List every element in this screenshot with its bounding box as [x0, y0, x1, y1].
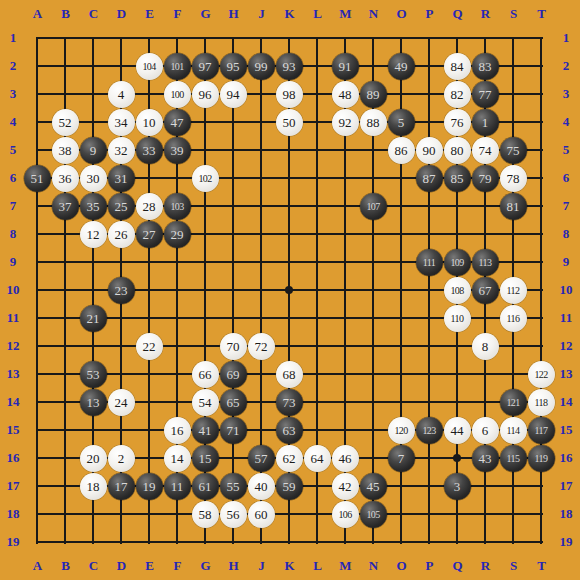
stone-white-98-k3[interactable]: 98 [276, 81, 303, 108]
col-label-top-s: S [501, 6, 527, 22]
stone-black-105-n18[interactable]: 105 [360, 501, 387, 528]
stone-white-66-g13[interactable]: 66 [192, 361, 219, 388]
stone-white-16-f15[interactable]: 16 [164, 417, 191, 444]
stone-black-53-c13[interactable]: 53 [80, 361, 107, 388]
row-label-right-1: 1 [553, 30, 579, 46]
stone-black-87-p6[interactable]: 87 [416, 165, 443, 192]
col-label-top-h: H [221, 6, 247, 22]
col-label-bottom-s: S [501, 558, 527, 574]
row-label-right-16: 16 [553, 450, 579, 466]
stone-white-120-o15[interactable]: 120 [388, 417, 415, 444]
stone-black-17-d17[interactable]: 17 [108, 473, 135, 500]
col-label-top-d: D [109, 6, 135, 22]
stone-white-76-q4[interactable]: 76 [444, 109, 471, 136]
stone-black-13-c14[interactable]: 13 [80, 389, 107, 416]
stone-white-14-f16[interactable]: 14 [164, 445, 191, 472]
stone-white-74-r5[interactable]: 74 [472, 137, 499, 164]
stone-white-48-m3[interactable]: 48 [332, 81, 359, 108]
stone-white-26-d8[interactable]: 26 [108, 221, 135, 248]
stone-white-92-m4[interactable]: 92 [332, 109, 359, 136]
col-label-bottom-m: M [333, 558, 359, 574]
stone-white-58-g18[interactable]: 58 [192, 501, 219, 528]
stone-white-104-e2[interactable]: 104 [136, 53, 163, 80]
stone-black-117-t15[interactable]: 117 [528, 417, 555, 444]
col-label-top-c: C [81, 6, 107, 22]
stone-black-107-n7[interactable]: 107 [360, 193, 387, 220]
col-label-bottom-f: F [165, 558, 191, 574]
row-label-left-13: 13 [0, 366, 26, 382]
stone-black-59-k17[interactable]: 59 [276, 473, 303, 500]
stone-black-73-k14[interactable]: 73 [276, 389, 303, 416]
col-label-top-p: P [417, 6, 443, 22]
col-label-top-k: K [277, 6, 303, 22]
row-label-right-13: 13 [553, 366, 579, 382]
stone-black-49-o2[interactable]: 49 [388, 53, 415, 80]
stone-black-45-n17[interactable]: 45 [360, 473, 387, 500]
stone-black-95-h2[interactable]: 95 [220, 53, 247, 80]
row-label-right-17: 17 [553, 478, 579, 494]
col-label-top-t: T [529, 6, 555, 22]
stone-black-99-j2[interactable]: 99 [248, 53, 275, 80]
row-label-left-1: 1 [0, 30, 26, 46]
stone-black-41-g15[interactable]: 41 [192, 417, 219, 444]
col-label-top-q: Q [445, 6, 471, 22]
stone-black-77-r3[interactable]: 77 [472, 81, 499, 108]
stone-white-32-d5[interactable]: 32 [108, 137, 135, 164]
row-label-left-7: 7 [0, 198, 26, 214]
stone-black-5-o4[interactable]: 5 [388, 109, 415, 136]
grid-line-horizontal [36, 541, 543, 543]
stone-black-103-f7[interactable]: 103 [164, 193, 191, 220]
stone-white-20-c16[interactable]: 20 [80, 445, 107, 472]
stone-black-33-e5[interactable]: 33 [136, 137, 163, 164]
stone-white-122-t13[interactable]: 122 [528, 361, 555, 388]
stone-black-115-s16[interactable]: 115 [500, 445, 527, 472]
stone-white-70-h12[interactable]: 70 [220, 333, 247, 360]
stone-white-30-c6[interactable]: 30 [80, 165, 107, 192]
row-label-left-5: 5 [0, 142, 26, 158]
stone-black-7-o16[interactable]: 7 [388, 445, 415, 472]
go-board[interactable]: 1234567891011121314151617181920212223242… [37, 38, 542, 543]
stone-white-64-l16[interactable]: 64 [304, 445, 331, 472]
col-label-top-r: R [473, 6, 499, 22]
row-label-left-4: 4 [0, 114, 26, 130]
stone-white-90-p5[interactable]: 90 [416, 137, 443, 164]
row-label-right-14: 14 [553, 394, 579, 410]
stone-white-28-e7[interactable]: 28 [136, 193, 163, 220]
col-label-bottom-g: G [193, 558, 219, 574]
stone-white-112-s10[interactable]: 112 [500, 277, 527, 304]
stone-black-113-r9[interactable]: 113 [472, 249, 499, 276]
stone-black-1-r4[interactable]: 1 [472, 109, 499, 136]
stone-black-79-r6[interactable]: 79 [472, 165, 499, 192]
stone-black-63-k15[interactable]: 63 [276, 417, 303, 444]
stone-black-75-s5[interactable]: 75 [500, 137, 527, 164]
col-label-top-n: N [361, 6, 387, 22]
row-label-right-7: 7 [553, 198, 579, 214]
stone-white-82-q3[interactable]: 82 [444, 81, 471, 108]
row-label-right-2: 2 [553, 58, 579, 74]
stone-white-24-d14[interactable]: 24 [108, 389, 135, 416]
stone-black-9-c5[interactable]: 9 [80, 137, 107, 164]
stone-white-4-d3[interactable]: 4 [108, 81, 135, 108]
col-label-bottom-n: N [361, 558, 387, 574]
stone-white-42-m17[interactable]: 42 [332, 473, 359, 500]
stone-white-60-j18[interactable]: 60 [248, 501, 275, 528]
stone-black-47-f4[interactable]: 47 [164, 109, 191, 136]
stone-white-110-q11[interactable]: 110 [444, 305, 471, 332]
stone-black-31-d6[interactable]: 31 [108, 165, 135, 192]
stone-white-44-q15[interactable]: 44 [444, 417, 471, 444]
stone-black-123-p15[interactable]: 123 [416, 417, 443, 444]
col-label-top-l: L [305, 6, 331, 22]
col-label-bottom-q: Q [445, 558, 471, 574]
stone-white-80-q5[interactable]: 80 [444, 137, 471, 164]
row-label-right-8: 8 [553, 226, 579, 242]
stone-black-23-d10[interactable]: 23 [108, 277, 135, 304]
col-label-bottom-k: K [277, 558, 303, 574]
col-label-bottom-r: R [473, 558, 499, 574]
row-label-left-9: 9 [0, 254, 26, 270]
grid-line-horizontal [36, 345, 543, 347]
stone-white-38-b5[interactable]: 38 [52, 137, 79, 164]
stone-black-11-f17[interactable]: 11 [164, 473, 191, 500]
stone-white-36-b6[interactable]: 36 [52, 165, 79, 192]
stone-white-56-h18[interactable]: 56 [220, 501, 247, 528]
stone-white-10-e4[interactable]: 10 [136, 109, 163, 136]
star-point-q16 [453, 454, 461, 462]
stone-white-100-f3[interactable]: 100 [164, 81, 191, 108]
col-label-bottom-p: P [417, 558, 443, 574]
row-label-right-10: 10 [553, 282, 579, 298]
row-label-left-17: 17 [0, 478, 26, 494]
col-label-top-g: G [193, 6, 219, 22]
stone-black-93-k2[interactable]: 93 [276, 53, 303, 80]
col-label-top-j: J [249, 6, 275, 22]
stone-black-57-j16[interactable]: 57 [248, 445, 275, 472]
stone-black-85-q6[interactable]: 85 [444, 165, 471, 192]
stone-black-37-b7[interactable]: 37 [52, 193, 79, 220]
stone-black-19-e17[interactable]: 19 [136, 473, 163, 500]
row-label-left-12: 12 [0, 338, 26, 354]
stone-white-88-n4[interactable]: 88 [360, 109, 387, 136]
stone-black-55-h17[interactable]: 55 [220, 473, 247, 500]
row-label-right-5: 5 [553, 142, 579, 158]
row-label-right-15: 15 [553, 422, 579, 438]
col-label-bottom-e: E [137, 558, 163, 574]
col-label-bottom-h: H [221, 558, 247, 574]
stone-white-118-t14[interactable]: 118 [528, 389, 555, 416]
stone-black-69-h13[interactable]: 69 [220, 361, 247, 388]
grid-line-vertical [428, 37, 430, 544]
row-label-left-10: 10 [0, 282, 26, 298]
col-label-bottom-l: L [305, 558, 331, 574]
stone-white-96-g3[interactable]: 96 [192, 81, 219, 108]
stone-black-25-d7[interactable]: 25 [108, 193, 135, 220]
stone-white-86-o5[interactable]: 86 [388, 137, 415, 164]
col-label-bottom-o: O [389, 558, 415, 574]
stone-black-35-c7[interactable]: 35 [80, 193, 107, 220]
stone-white-106-m18[interactable]: 106 [332, 501, 359, 528]
stone-black-81-s7[interactable]: 81 [500, 193, 527, 220]
stone-white-116-s11[interactable]: 116 [500, 305, 527, 332]
row-label-left-15: 15 [0, 422, 26, 438]
col-label-bottom-c: C [81, 558, 107, 574]
stone-black-119-t16[interactable]: 119 [528, 445, 555, 472]
stone-white-50-k4[interactable]: 50 [276, 109, 303, 136]
col-label-top-f: F [165, 6, 191, 22]
stone-white-54-g14[interactable]: 54 [192, 389, 219, 416]
stone-black-83-r2[interactable]: 83 [472, 53, 499, 80]
stone-white-94-h3[interactable]: 94 [220, 81, 247, 108]
row-label-left-14: 14 [0, 394, 26, 410]
col-label-bottom-t: T [529, 558, 555, 574]
row-label-left-18: 18 [0, 506, 26, 522]
row-label-left-3: 3 [0, 86, 26, 102]
stone-black-61-g17[interactable]: 61 [192, 473, 219, 500]
col-label-bottom-a: A [25, 558, 51, 574]
go-board-screenshot: AABBCCDDEEFFGGHHJJKKLLMMNNOOPPQQRRSSTT11… [0, 0, 580, 580]
row-label-left-8: 8 [0, 226, 26, 242]
stone-black-109-q9[interactable]: 109 [444, 249, 471, 276]
stone-white-78-s6[interactable]: 78 [500, 165, 527, 192]
stone-black-3-q17[interactable]: 3 [444, 473, 471, 500]
row-label-right-9: 9 [553, 254, 579, 270]
stone-black-111-p9[interactable]: 111 [416, 249, 443, 276]
stone-black-15-g16[interactable]: 15 [192, 445, 219, 472]
stone-black-43-r16[interactable]: 43 [472, 445, 499, 472]
col-label-top-m: M [333, 6, 359, 22]
stone-white-18-c17[interactable]: 18 [80, 473, 107, 500]
stone-white-12-c8[interactable]: 12 [80, 221, 107, 248]
row-label-left-16: 16 [0, 450, 26, 466]
star-point-k10 [285, 286, 293, 294]
stone-black-21-c11[interactable]: 21 [80, 305, 107, 332]
stone-black-91-m2[interactable]: 91 [332, 53, 359, 80]
stone-white-46-m16[interactable]: 46 [332, 445, 359, 472]
stone-black-71-h15[interactable]: 71 [220, 417, 247, 444]
stone-black-51-a6[interactable]: 51 [24, 165, 51, 192]
stone-white-102-g6[interactable]: 102 [192, 165, 219, 192]
row-label-left-2: 2 [0, 58, 26, 74]
stone-black-97-g2[interactable]: 97 [192, 53, 219, 80]
row-label-right-6: 6 [553, 170, 579, 186]
col-label-top-b: B [53, 6, 79, 22]
stone-black-121-s14[interactable]: 121 [500, 389, 527, 416]
stone-black-101-f2[interactable]: 101 [164, 53, 191, 80]
row-label-right-18: 18 [553, 506, 579, 522]
stone-white-62-k16[interactable]: 62 [276, 445, 303, 472]
grid-line-horizontal [36, 513, 543, 515]
stone-white-72-j12[interactable]: 72 [248, 333, 275, 360]
stone-black-27-e8[interactable]: 27 [136, 221, 163, 248]
stone-white-34-d4[interactable]: 34 [108, 109, 135, 136]
col-label-top-e: E [137, 6, 163, 22]
col-label-bottom-b: B [53, 558, 79, 574]
stone-white-40-j17[interactable]: 40 [248, 473, 275, 500]
stone-white-68-k13[interactable]: 68 [276, 361, 303, 388]
stone-white-2-d16[interactable]: 2 [108, 445, 135, 472]
row-label-left-6: 6 [0, 170, 26, 186]
stone-white-8-r12[interactable]: 8 [472, 333, 499, 360]
stone-black-29-f8[interactable]: 29 [164, 221, 191, 248]
col-label-bottom-d: D [109, 558, 135, 574]
row-label-left-19: 19 [0, 534, 26, 550]
stone-black-89-n3[interactable]: 89 [360, 81, 387, 108]
row-label-right-4: 4 [553, 114, 579, 130]
row-label-left-11: 11 [0, 310, 26, 326]
col-label-top-a: A [25, 6, 51, 22]
stone-white-6-r15[interactable]: 6 [472, 417, 499, 444]
row-label-right-12: 12 [553, 338, 579, 354]
col-label-top-o: O [389, 6, 415, 22]
stone-white-52-b4[interactable]: 52 [52, 109, 79, 136]
row-label-right-11: 11 [553, 310, 579, 326]
stone-white-114-s15[interactable]: 114 [500, 417, 527, 444]
stone-white-108-q10[interactable]: 108 [444, 277, 471, 304]
stone-black-65-h14[interactable]: 65 [220, 389, 247, 416]
col-label-bottom-j: J [249, 558, 275, 574]
stone-white-84-q2[interactable]: 84 [444, 53, 471, 80]
row-label-right-3: 3 [553, 86, 579, 102]
row-label-right-19: 19 [553, 534, 579, 550]
stone-black-39-f5[interactable]: 39 [164, 137, 191, 164]
stone-black-67-r10[interactable]: 67 [472, 277, 499, 304]
stone-white-22-e12[interactable]: 22 [136, 333, 163, 360]
